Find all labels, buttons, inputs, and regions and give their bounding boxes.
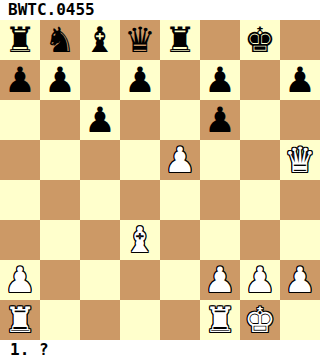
square-g8[interactable]: ♚ bbox=[240, 20, 280, 60]
square-e7[interactable] bbox=[160, 60, 200, 100]
black-bishop: ♝ bbox=[80, 20, 120, 60]
square-e4[interactable] bbox=[160, 180, 200, 220]
black-rook: ♜ bbox=[160, 20, 200, 60]
square-d7[interactable]: ♟ bbox=[120, 60, 160, 100]
square-c7[interactable] bbox=[80, 60, 120, 100]
square-b6[interactable] bbox=[40, 100, 80, 140]
square-a5[interactable] bbox=[0, 140, 40, 180]
black-knight: ♞ bbox=[40, 20, 80, 60]
square-f2[interactable]: ♟ bbox=[200, 260, 240, 300]
square-a4[interactable] bbox=[0, 180, 40, 220]
square-g5[interactable] bbox=[240, 140, 280, 180]
square-a7[interactable]: ♟ bbox=[0, 60, 40, 100]
square-d1[interactable] bbox=[120, 300, 160, 340]
square-e2[interactable] bbox=[160, 260, 200, 300]
black-pawn: ♟ bbox=[200, 100, 240, 140]
square-b5[interactable] bbox=[40, 140, 80, 180]
square-a6[interactable] bbox=[0, 100, 40, 140]
black-pawn: ♟ bbox=[0, 60, 40, 100]
square-h6[interactable] bbox=[280, 100, 320, 140]
square-f4[interactable] bbox=[200, 180, 240, 220]
white-pawn: ♟ bbox=[160, 140, 200, 180]
white-pawn: ♟ bbox=[280, 260, 320, 300]
square-b8[interactable]: ♞ bbox=[40, 20, 80, 60]
square-h4[interactable] bbox=[280, 180, 320, 220]
white-rook: ♜ bbox=[200, 300, 240, 340]
square-d6[interactable] bbox=[120, 100, 160, 140]
white-king: ♚ bbox=[240, 300, 280, 340]
square-a2[interactable]: ♟ bbox=[0, 260, 40, 300]
white-pawn: ♟ bbox=[200, 260, 240, 300]
square-b2[interactable] bbox=[40, 260, 80, 300]
square-h5[interactable]: ♛ bbox=[280, 140, 320, 180]
white-pawn: ♟ bbox=[0, 260, 40, 300]
square-f7[interactable]: ♟ bbox=[200, 60, 240, 100]
chess-board: ♜♞♝♛♜♚♟♟♟♟♟♟♟♟♛♝♟♟♟♟♜♜♚ bbox=[0, 20, 320, 340]
move-prompt: 1. ? bbox=[0, 340, 320, 360]
square-g2[interactable]: ♟ bbox=[240, 260, 280, 300]
black-pawn: ♟ bbox=[120, 60, 160, 100]
square-h1[interactable] bbox=[280, 300, 320, 340]
square-d2[interactable] bbox=[120, 260, 160, 300]
square-e8[interactable]: ♜ bbox=[160, 20, 200, 60]
square-h3[interactable] bbox=[280, 220, 320, 260]
square-d3[interactable]: ♝ bbox=[120, 220, 160, 260]
white-rook: ♜ bbox=[0, 300, 40, 340]
white-pawn: ♟ bbox=[240, 260, 280, 300]
square-b3[interactable] bbox=[40, 220, 80, 260]
black-queen: ♛ bbox=[120, 20, 160, 60]
black-king: ♚ bbox=[240, 20, 280, 60]
square-d4[interactable] bbox=[120, 180, 160, 220]
square-g7[interactable] bbox=[240, 60, 280, 100]
square-h2[interactable]: ♟ bbox=[280, 260, 320, 300]
square-d5[interactable] bbox=[120, 140, 160, 180]
square-b1[interactable] bbox=[40, 300, 80, 340]
black-pawn: ♟ bbox=[80, 100, 120, 140]
white-bishop: ♝ bbox=[120, 220, 160, 260]
black-rook: ♜ bbox=[0, 20, 40, 60]
square-g1[interactable]: ♚ bbox=[240, 300, 280, 340]
square-d8[interactable]: ♛ bbox=[120, 20, 160, 60]
square-c8[interactable]: ♝ bbox=[80, 20, 120, 60]
square-e6[interactable] bbox=[160, 100, 200, 140]
square-a3[interactable] bbox=[0, 220, 40, 260]
square-g4[interactable] bbox=[240, 180, 280, 220]
square-f8[interactable] bbox=[200, 20, 240, 60]
square-c3[interactable] bbox=[80, 220, 120, 260]
square-c2[interactable] bbox=[80, 260, 120, 300]
square-f3[interactable] bbox=[200, 220, 240, 260]
square-a8[interactable]: ♜ bbox=[0, 20, 40, 60]
square-h7[interactable]: ♟ bbox=[280, 60, 320, 100]
square-h8[interactable] bbox=[280, 20, 320, 60]
puzzle-title: BWTC.0455 bbox=[0, 0, 320, 20]
black-pawn: ♟ bbox=[40, 60, 80, 100]
white-queen: ♛ bbox=[280, 140, 320, 180]
black-pawn: ♟ bbox=[280, 60, 320, 100]
square-f1[interactable]: ♜ bbox=[200, 300, 240, 340]
chess-diagram-window: BWTC.0455 ♜♞♝♛♜♚♟♟♟♟♟♟♟♟♛♝♟♟♟♟♜♜♚ 1. ? bbox=[0, 0, 320, 360]
square-c6[interactable]: ♟ bbox=[80, 100, 120, 140]
square-e5[interactable]: ♟ bbox=[160, 140, 200, 180]
square-b4[interactable] bbox=[40, 180, 80, 220]
square-c1[interactable] bbox=[80, 300, 120, 340]
square-f6[interactable]: ♟ bbox=[200, 100, 240, 140]
square-g3[interactable] bbox=[240, 220, 280, 260]
square-e3[interactable] bbox=[160, 220, 200, 260]
square-f5[interactable] bbox=[200, 140, 240, 180]
square-b7[interactable]: ♟ bbox=[40, 60, 80, 100]
square-e1[interactable] bbox=[160, 300, 200, 340]
square-c5[interactable] bbox=[80, 140, 120, 180]
square-g6[interactable] bbox=[240, 100, 280, 140]
black-pawn: ♟ bbox=[200, 60, 240, 100]
square-c4[interactable] bbox=[80, 180, 120, 220]
square-a1[interactable]: ♜ bbox=[0, 300, 40, 340]
